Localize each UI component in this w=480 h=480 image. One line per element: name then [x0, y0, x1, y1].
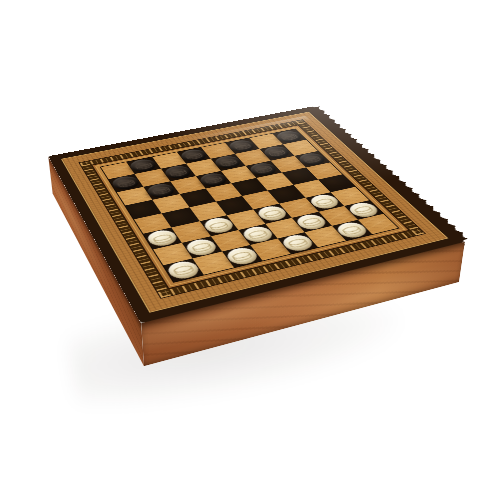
square-f1[interactable]	[305, 226, 346, 247]
square-d2[interactable]: ⛀	[238, 224, 278, 245]
white-man[interactable]: ⛀	[183, 237, 219, 257]
square-d4[interactable]	[216, 196, 254, 215]
square-a2[interactable]	[153, 243, 193, 266]
square-a3[interactable]: ⛀	[143, 228, 182, 250]
square-e3[interactable]: ⛀	[253, 204, 292, 224]
square-a1[interactable]: ⛀	[163, 258, 204, 282]
square-a4[interactable]	[134, 213, 172, 234]
square-c2[interactable]	[210, 230, 250, 252]
product-photo-stage: ⛂⛂⛂⛂⛂⛂⛂⛂⛂⛂⛂⛂⛀⛀⛀⛀⛀⛀⛀⛀⛀⛀⛀⛀	[0, 0, 480, 480]
square-c4[interactable]	[189, 202, 227, 222]
square-c3[interactable]: ⛀	[199, 215, 238, 236]
white-man[interactable]: ⛀	[165, 259, 203, 281]
square-b4[interactable]	[162, 207, 200, 227]
white-man[interactable]: ⛀	[279, 233, 316, 253]
square-e1[interactable]: ⛀	[278, 232, 319, 254]
square-d1[interactable]	[250, 238, 291, 260]
square-d3[interactable]	[227, 209, 266, 229]
square-b2[interactable]: ⛀	[182, 236, 222, 258]
square-c1[interactable]: ⛀	[222, 245, 263, 268]
white-man[interactable]: ⛀	[333, 220, 370, 239]
square-b3[interactable]	[172, 221, 211, 242]
white-man[interactable]: ⛀	[223, 246, 260, 267]
square-a5[interactable]	[125, 200, 162, 220]
square-f3[interactable]	[280, 198, 319, 218]
square-h2[interactable]: ⛀	[344, 200, 383, 220]
square-b5[interactable]	[152, 194, 189, 213]
checkers-box: ⛂⛂⛂⛂⛂⛂⛂⛂⛂⛂⛂⛂⛀⛀⛀⛀⛀⛀⛀⛀⛀⛀⛀⛀	[48, 106, 465, 323]
square-f2[interactable]: ⛀	[292, 212, 332, 232]
white-man[interactable]: ⛀	[145, 228, 181, 248]
square-g2[interactable]	[318, 206, 358, 226]
square-g1[interactable]: ⛀	[331, 220, 372, 241]
white-man[interactable]: ⛀	[201, 216, 236, 235]
square-e2[interactable]	[265, 218, 305, 239]
square-h1[interactable]	[358, 214, 399, 235]
white-man[interactable]: ⛀	[255, 204, 290, 222]
white-man[interactable]: ⛀	[240, 224, 276, 244]
square-b1[interactable]	[193, 251, 234, 274]
white-man[interactable]: ⛀	[293, 212, 329, 231]
scene: ⛂⛂⛂⛂⛂⛂⛂⛂⛂⛂⛂⛂⛀⛀⛀⛀⛀⛀⛀⛀⛀⛀⛀⛀	[0, 0, 480, 480]
white-man[interactable]: ⛀	[345, 201, 381, 219]
